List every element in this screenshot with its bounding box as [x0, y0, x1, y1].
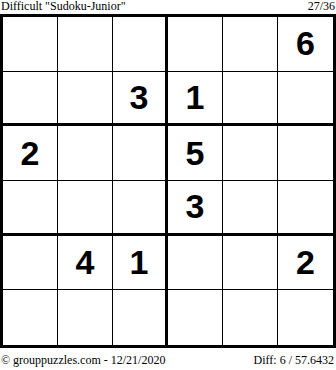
cell-r6c5[interactable] [223, 290, 278, 345]
cell-r5c5[interactable] [223, 236, 278, 291]
cell-r4c3[interactable] [113, 181, 168, 236]
difficulty-text: Diff: 6 / 57.6432 [254, 352, 334, 368]
puzzle-title: Difficult "Sudoku-Junior" [1, 0, 126, 13]
cell-r5c6[interactable]: 2 [278, 236, 333, 291]
cell-r3c4[interactable]: 5 [168, 126, 223, 181]
copyright-text: © grouppuzzles.com - 12/21/2020 [1, 352, 165, 368]
cell-r6c1[interactable] [3, 290, 58, 345]
cell-r5c4[interactable] [168, 236, 223, 291]
cell-r4c5[interactable] [223, 181, 278, 236]
cell-r4c2[interactable] [58, 181, 113, 236]
cell-r2c3[interactable]: 3 [113, 72, 168, 127]
cell-r6c3[interactable] [113, 290, 168, 345]
cell-r1c1[interactable] [3, 17, 58, 72]
cell-r6c2[interactable] [58, 290, 113, 345]
cell-r4c6[interactable] [278, 181, 333, 236]
cell-r2c1[interactable] [3, 72, 58, 127]
footer: © grouppuzzles.com - 12/21/2020 Diff: 6 … [0, 352, 336, 370]
cell-r3c3[interactable] [113, 126, 168, 181]
cell-r5c2[interactable]: 4 [58, 236, 113, 291]
header: Difficult "Sudoku-Junior" 27/36 [0, 0, 336, 14]
cell-r2c6[interactable] [278, 72, 333, 127]
cell-r4c1[interactable] [3, 181, 58, 236]
sudoku-board: 631253412 [0, 14, 336, 348]
cell-r3c2[interactable] [58, 126, 113, 181]
cell-r1c2[interactable] [58, 17, 113, 72]
cell-r1c6[interactable]: 6 [278, 17, 333, 72]
cell-r1c4[interactable] [168, 17, 223, 72]
cell-r5c3[interactable]: 1 [113, 236, 168, 291]
cell-r2c5[interactable] [223, 72, 278, 127]
cell-r6c6[interactable] [278, 290, 333, 345]
cell-r5c1[interactable] [3, 236, 58, 291]
cell-r3c5[interactable] [223, 126, 278, 181]
cell-r3c6[interactable] [278, 126, 333, 181]
puzzle-counter: 27/36 [308, 0, 335, 13]
cell-r2c2[interactable] [58, 72, 113, 127]
cell-r2c4[interactable]: 1 [168, 72, 223, 127]
cell-r1c3[interactable] [113, 17, 168, 72]
cell-r4c4[interactable]: 3 [168, 181, 223, 236]
cell-r1c5[interactable] [223, 17, 278, 72]
cell-r6c4[interactable] [168, 290, 223, 345]
cell-r3c1[interactable]: 2 [3, 126, 58, 181]
